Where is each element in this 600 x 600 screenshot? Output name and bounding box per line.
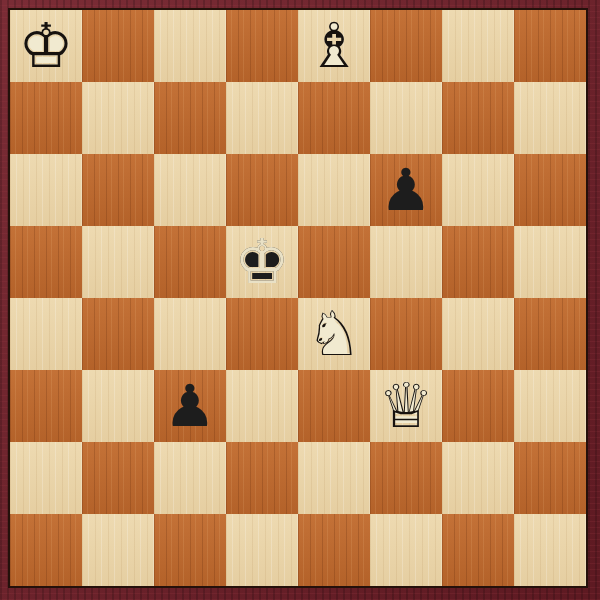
square-c5[interactable]	[154, 226, 226, 298]
black-king-outline-glyph: ♔	[226, 226, 298, 298]
square-g8[interactable]	[442, 10, 514, 82]
square-a4[interactable]	[10, 298, 82, 370]
square-h3[interactable]	[514, 370, 586, 442]
square-f5[interactable]	[370, 226, 442, 298]
square-e1[interactable]	[298, 514, 370, 586]
board-outline: ♚♔♝♗♟♚♔♞♘♟♛♕	[8, 8, 588, 588]
white-king: ♚♔	[10, 10, 82, 82]
square-a3[interactable]	[10, 370, 82, 442]
square-e3[interactable]	[298, 370, 370, 442]
square-f3[interactable]: ♛♕	[370, 370, 442, 442]
square-d7[interactable]	[226, 82, 298, 154]
square-h4[interactable]	[514, 298, 586, 370]
square-d5[interactable]: ♚♔	[226, 226, 298, 298]
square-d4[interactable]	[226, 298, 298, 370]
black-pawn: ♟	[154, 370, 226, 442]
square-c1[interactable]	[154, 514, 226, 586]
square-d8[interactable]	[226, 10, 298, 82]
white-knight: ♞♘	[298, 298, 370, 370]
square-f6[interactable]: ♟	[370, 154, 442, 226]
square-a8[interactable]: ♚♔	[10, 10, 82, 82]
square-c7[interactable]	[154, 82, 226, 154]
white-knight-outline-glyph: ♘	[298, 298, 370, 370]
square-g4[interactable]	[442, 298, 514, 370]
black-king: ♚♔	[226, 226, 298, 298]
square-f8[interactable]	[370, 10, 442, 82]
square-e6[interactable]	[298, 154, 370, 226]
square-g5[interactable]	[442, 226, 514, 298]
square-d3[interactable]	[226, 370, 298, 442]
square-g7[interactable]	[442, 82, 514, 154]
black-pawn: ♟	[370, 154, 442, 226]
square-b4[interactable]	[82, 298, 154, 370]
square-g3[interactable]	[442, 370, 514, 442]
square-e7[interactable]	[298, 82, 370, 154]
square-g2[interactable]	[442, 442, 514, 514]
square-c4[interactable]	[154, 298, 226, 370]
square-d6[interactable]	[226, 154, 298, 226]
square-g1[interactable]	[442, 514, 514, 586]
white-king-outline-glyph: ♔	[10, 10, 82, 82]
square-e2[interactable]	[298, 442, 370, 514]
board-frame: ♚♔♝♗♟♚♔♞♘♟♛♕	[0, 0, 600, 600]
square-b8[interactable]	[82, 10, 154, 82]
square-b3[interactable]	[82, 370, 154, 442]
square-h6[interactable]	[514, 154, 586, 226]
square-a6[interactable]	[10, 154, 82, 226]
chess-board: ♚♔♝♗♟♚♔♞♘♟♛♕	[10, 10, 586, 586]
white-bishop-outline-glyph: ♗	[298, 10, 370, 82]
square-h7[interactable]	[514, 82, 586, 154]
square-a7[interactable]	[10, 82, 82, 154]
square-e4[interactable]: ♞♘	[298, 298, 370, 370]
square-e5[interactable]	[298, 226, 370, 298]
white-bishop: ♝♗	[298, 10, 370, 82]
square-c2[interactable]	[154, 442, 226, 514]
square-a1[interactable]	[10, 514, 82, 586]
black-pawn-glyph: ♟	[154, 370, 226, 442]
white-queen: ♛♕	[370, 370, 442, 442]
square-g6[interactable]	[442, 154, 514, 226]
square-d1[interactable]	[226, 514, 298, 586]
square-b2[interactable]	[82, 442, 154, 514]
square-b7[interactable]	[82, 82, 154, 154]
square-a2[interactable]	[10, 442, 82, 514]
square-b1[interactable]	[82, 514, 154, 586]
square-e8[interactable]: ♝♗	[298, 10, 370, 82]
square-d2[interactable]	[226, 442, 298, 514]
square-f7[interactable]	[370, 82, 442, 154]
square-c8[interactable]	[154, 10, 226, 82]
square-h1[interactable]	[514, 514, 586, 586]
square-b6[interactable]	[82, 154, 154, 226]
square-f1[interactable]	[370, 514, 442, 586]
square-h8[interactable]	[514, 10, 586, 82]
square-a5[interactable]	[10, 226, 82, 298]
white-queen-outline-glyph: ♕	[370, 370, 442, 442]
square-c6[interactable]	[154, 154, 226, 226]
square-f2[interactable]	[370, 442, 442, 514]
square-c3[interactable]: ♟	[154, 370, 226, 442]
square-f4[interactable]	[370, 298, 442, 370]
square-h5[interactable]	[514, 226, 586, 298]
square-b5[interactable]	[82, 226, 154, 298]
square-h2[interactable]	[514, 442, 586, 514]
black-pawn-glyph: ♟	[370, 154, 442, 226]
